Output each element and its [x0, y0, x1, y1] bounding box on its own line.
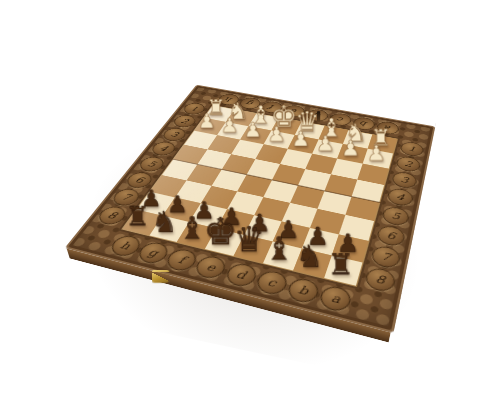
- file-label-slot: b: [282, 273, 324, 308]
- square-b4: [324, 174, 357, 196]
- file-label-g-front: g: [134, 240, 171, 265]
- rank-label-slot: 3: [387, 169, 421, 192]
- file-label-b-front: b: [285, 276, 321, 305]
- file-label-e-front: e: [192, 254, 229, 281]
- file-label-slot: h: [103, 231, 147, 261]
- file-label-slot: f: [160, 244, 203, 276]
- rank-label-1-right: 1: [399, 140, 425, 157]
- file-label-slot: a: [315, 281, 356, 317]
- rank-label-slot: 7: [366, 242, 406, 272]
- box-right-face: [394, 119, 437, 332]
- square-e3: [255, 144, 287, 164]
- rank-label-slot: 6: [372, 222, 410, 250]
- square-a8: ♜: [324, 255, 362, 285]
- square-g5: [187, 164, 222, 185]
- rank-label-3-left: 3: [160, 127, 189, 143]
- playing-surface: ♜♞♝♚♛♝♞♜♟♟♟♟♟♟♟♟♟♟♟♟♟♟♟♟♜♞♝♚♛♝♞♜: [121, 105, 398, 287]
- file-label-c-front: c: [254, 269, 290, 297]
- file-label-slot: c: [250, 266, 292, 300]
- rank-label-3-right: 3: [391, 171, 419, 190]
- rank-label-7-right: 7: [370, 244, 402, 270]
- rank-label-4-left: 4: [148, 140, 178, 157]
- file-label-d-front: d: [223, 261, 260, 288]
- rank-label-5-right: 5: [381, 205, 411, 227]
- file-label-slot: d: [219, 258, 262, 292]
- rank-label-2-right: 2: [395, 155, 422, 173]
- scene: hgfedcba hgfedcba 12345678 12345678 ♜♞♝♚…: [0, 0, 500, 400]
- rank-label-4-right: 4: [386, 187, 415, 208]
- file-label-a-front: a: [318, 284, 354, 314]
- rank-label-slot: 8: [359, 264, 401, 297]
- rank-label-slot: 5: [377, 203, 414, 229]
- file-label-slot: e: [189, 251, 232, 284]
- file-label-h-front: h: [107, 234, 144, 259]
- piece-white-pawn: ♟: [359, 143, 393, 164]
- chess-board-box: hgfedcba hgfedcba 12345678 12345678 ♜♞♝♚…: [65, 85, 436, 333]
- piece-black-rook: ♜: [320, 251, 362, 280]
- board-grid: ♜♞♝♚♛♝♞♜♟♟♟♟♟♟♟♟♟♟♟♟♟♟♟♟♜♞♝♚♛♝♞♜: [123, 105, 397, 285]
- rank-label-slot: 2: [392, 154, 425, 175]
- file-label-slot: g: [131, 238, 175, 269]
- rank-label-8-right: 8: [363, 266, 397, 294]
- rank-label-slot: 1: [396, 139, 428, 159]
- file-label-f-front: f: [163, 247, 200, 273]
- rank-label-6-right: 6: [375, 224, 406, 248]
- photo-stage: hgfedcba hgfedcba 12345678 12345678 ♜♞♝♚…: [0, 0, 500, 400]
- rank-label-slot: 4: [382, 185, 417, 209]
